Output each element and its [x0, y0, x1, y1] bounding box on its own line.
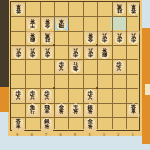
- piece-pawn-7g[interactable]: 歩兵: [41, 89, 54, 102]
- piece-kanji-bottom: 行: [30, 110, 35, 115]
- piece-kanji-top: 歩: [131, 38, 137, 43]
- piece-silver-4h[interactable]: 銀将: [84, 103, 97, 116]
- piece-pawn-1c[interactable]: 歩兵: [127, 31, 140, 44]
- piece-pawn-2c[interactable]: 歩兵: [113, 31, 126, 44]
- piece-kanji-top: 香: [131, 9, 137, 14]
- file-label: 7: [39, 132, 53, 137]
- piece-kanji-bottom: 兵: [117, 67, 122, 72]
- piece-kanji-bottom: 車: [16, 4, 21, 9]
- piece-silver-3d[interactable]: 銀将: [98, 46, 111, 59]
- piece-kanji-bottom: 将: [88, 125, 93, 130]
- piece-king-8b[interactable]: 王将: [26, 17, 39, 30]
- piece-lance-1h[interactable]: 香車: [127, 103, 140, 116]
- piece-rook-7h[interactable]: 飛車: [41, 103, 54, 116]
- piece-kanji-bottom: 車: [45, 110, 50, 115]
- piece-kanji-bottom: 兵: [88, 96, 93, 101]
- grid-line: [11, 59, 138, 60]
- piece-kanji-bottom: 馬: [45, 33, 50, 38]
- piece-silver-7i[interactable]: 銀将: [41, 118, 54, 131]
- piece-kanji-bottom: 将: [102, 47, 107, 52]
- piece-kanji-top: 香: [15, 9, 21, 14]
- piece-kanji-bottom: 車: [59, 19, 64, 24]
- piece-kanji-bottom: 将: [59, 110, 64, 115]
- piece-gold-7b[interactable]: 金将: [41, 17, 54, 30]
- file-label: 4: [82, 132, 96, 137]
- piece-bishop-5e[interactable]: 角行: [69, 60, 82, 73]
- piece-pawn-4d[interactable]: 歩兵: [84, 46, 97, 59]
- grid-line: [11, 88, 138, 89]
- piece-pawn-3c[interactable]: 歩兵: [98, 31, 111, 44]
- piece-kanji-bottom: 馬: [117, 4, 122, 9]
- piece-knight-7c[interactable]: 桂馬: [41, 31, 54, 44]
- piece-kanji-bottom: 車: [131, 110, 136, 115]
- piece-pawn-2e[interactable]: 歩兵: [113, 60, 126, 73]
- piece-kanji-top: 桂: [116, 9, 122, 14]
- grid-line: [97, 2, 98, 129]
- piece-kanji-bottom: 兵: [45, 47, 50, 52]
- piece-lance-1a[interactable]: 香車: [127, 2, 140, 15]
- piece-kanji-bottom: 兵: [74, 47, 79, 52]
- piece-gold-4c[interactable]: 金将: [84, 31, 97, 44]
- piece-pawn-8d[interactable]: 歩兵: [26, 46, 39, 59]
- piece-kanji-bottom: 将: [88, 110, 93, 115]
- piece-gold-4i[interactable]: 金将: [84, 118, 97, 131]
- highlight-last-move-from: [111, 16, 125, 30]
- piece-kanji-bottom: 将: [30, 33, 35, 38]
- file-label: 5: [68, 132, 82, 137]
- piece-king-5h[interactable]: 玉将: [69, 103, 82, 116]
- piece-kanji-bottom: 車: [16, 125, 21, 130]
- captured-piece-fragment: [145, 84, 150, 95]
- piece-kanji-top: 歩: [116, 38, 122, 43]
- grid-line: [54, 2, 55, 129]
- file-label: 8: [24, 132, 38, 137]
- grid-line: [11, 117, 138, 118]
- file-coordinates: 987654321: [10, 132, 140, 137]
- piece-pawn-5d[interactable]: 歩兵: [69, 46, 82, 59]
- piece-lance-9i[interactable]: 香車: [12, 118, 25, 131]
- piece-kanji-bottom: 兵: [88, 47, 93, 52]
- grid-line: [11, 74, 138, 75]
- grid-line: [11, 103, 138, 104]
- piece-pawn-6e[interactable]: 歩兵: [55, 60, 68, 73]
- piece-silver-8c[interactable]: 銀将: [26, 31, 39, 44]
- grid-line: [11, 16, 138, 17]
- grid-line: [25, 2, 26, 129]
- piece-kanji-bottom: 兵: [30, 96, 35, 101]
- piece-pawn-7d[interactable]: 歩兵: [41, 46, 54, 59]
- star-point: [53, 44, 55, 46]
- piece-kanji-bottom: 将: [45, 19, 50, 24]
- piece-kanji-bottom: 将: [30, 19, 35, 24]
- file-label: 1: [126, 132, 140, 137]
- file-label: 3: [97, 132, 111, 137]
- piece-lance-9a[interactable]: 香車: [12, 2, 25, 15]
- piece-kanji-top: 銀: [30, 38, 36, 43]
- piece-pawn-9d[interactable]: 歩兵: [12, 46, 25, 59]
- piece-kanji-bottom: 兵: [30, 47, 35, 52]
- grid-line: [68, 2, 69, 129]
- piece-kanji-bottom: 兵: [131, 33, 136, 38]
- piece-kanji-bottom: 将: [74, 110, 79, 115]
- piece-kanji-bottom: 行: [74, 62, 79, 67]
- piece-kanji-bottom: 兵: [102, 33, 107, 38]
- shogi-board[interactable]: 香車桂馬香車王将金将飛車銀将桂馬金将歩兵歩兵歩兵歩兵歩兵歩兵歩兵歩兵銀将角行歩兵…: [10, 1, 140, 131]
- piece-kanji-bottom: 将: [45, 125, 50, 130]
- piece-kanji-bottom: 将: [88, 33, 93, 38]
- piece-pawn-8g[interactable]: 歩兵: [26, 89, 39, 102]
- piece-knight-2a[interactable]: 桂馬: [113, 2, 126, 15]
- piece-kanji-bottom: 兵: [16, 47, 21, 52]
- piece-kanji-bottom: 車: [131, 4, 136, 9]
- piece-kanji-bottom: 兵: [16, 96, 21, 101]
- grid-line: [40, 2, 41, 129]
- grid-line: [11, 45, 138, 46]
- file-label: 9: [10, 132, 24, 137]
- file-label: 2: [111, 132, 125, 137]
- left-tray-dark-strip: [0, 0, 9, 87]
- grid-line: [83, 2, 84, 129]
- piece-kanji-bottom: 兵: [59, 67, 64, 72]
- piece-gold-6h[interactable]: 金将: [55, 103, 68, 116]
- piece-pawn-9g[interactable]: 歩兵: [12, 89, 25, 102]
- piece-kanji-top: 歩: [102, 38, 108, 43]
- piece-kanji-bottom: 兵: [117, 33, 122, 38]
- file-label: 6: [53, 132, 67, 137]
- piece-bishop-8h[interactable]: 角行: [26, 103, 39, 116]
- grid-line: [112, 2, 113, 129]
- piece-kanji-top: 桂: [44, 38, 50, 43]
- piece-kanji-bottom: 兵: [45, 96, 50, 101]
- piece-kanji-top: 金: [87, 38, 93, 43]
- piece-pawn-4g[interactable]: 歩兵: [84, 89, 97, 102]
- left-komadai-strip: [0, 87, 9, 112]
- grid-line: [126, 2, 127, 129]
